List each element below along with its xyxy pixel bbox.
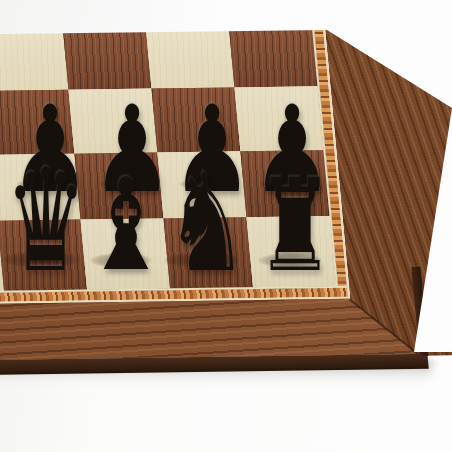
chessboard-photo-stage: ♜♞♝♛♟♟♟♟ bbox=[0, 0, 452, 452]
piece-black-bishop-c8: ♝ bbox=[83, 162, 168, 289]
piece-black-queen-d8: ♛ bbox=[5, 150, 86, 292]
square-c4 bbox=[56, 0, 146, 32]
piece-black-rook-a8: ♜ bbox=[256, 162, 334, 290]
square-b4 bbox=[139, 0, 229, 31]
piece-black-knight-b8: ♞ bbox=[166, 155, 249, 291]
square-a5 bbox=[229, 28, 317, 87]
square-a4 bbox=[222, 0, 312, 29]
square-d4 bbox=[0, 0, 63, 33]
